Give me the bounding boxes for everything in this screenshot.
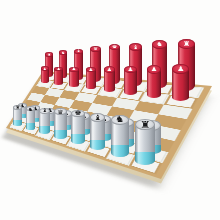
- rook-symbol: ♜: [47, 53, 51, 56]
- pawn-symbol: ♟: [107, 67, 112, 72]
- pawn-symbol: ♟: [72, 67, 76, 71]
- piece-top: ♝: [129, 43, 142, 50]
- piece-top: ♟: [124, 66, 137, 73]
- piece-top: ♟: [69, 67, 78, 72]
- piece-top: ♟: [104, 66, 116, 72]
- piece-top: ♟: [172, 64, 189, 73]
- piece-top: ♛: [90, 46, 100, 52]
- pawn-symbol: ♟: [57, 67, 61, 70]
- bishop-symbol: ♝: [133, 45, 139, 50]
- piece-top: ♟: [86, 67, 96, 73]
- queen-symbol: ♛: [93, 47, 98, 51]
- pawn-symbol: ♟: [127, 67, 133, 72]
- piece-top: ♜: [178, 39, 195, 48]
- knight-symbol: ♞: [156, 42, 163, 48]
- pawn-symbol: ♟: [88, 67, 93, 71]
- king-symbol: ♚: [112, 45, 117, 50]
- piece-top: ♜: [45, 52, 53, 56]
- rook-symbol: ♜: [183, 41, 191, 48]
- piece-top: ♚: [109, 44, 121, 51]
- piece-top: ♞: [152, 40, 167, 48]
- bishop-symbol: ♝: [76, 50, 80, 54]
- piece-top: ♞: [59, 50, 68, 55]
- piece-top: ♟: [54, 67, 62, 72]
- chess-set-photo: ♜♞♝♛♟♚♟♝♟♞♟♜♟♟♟♟♟♟♜♟♞♟♝♟♛♟♚♟♝♟♞♜: [0, 0, 220, 220]
- pawn-symbol: ♟: [43, 67, 47, 70]
- pawn-symbol: ♟: [151, 67, 158, 73]
- piece-top: ♟: [147, 65, 162, 73]
- knight-symbol: ♞: [61, 51, 65, 54]
- pawn-symbol: ♟: [177, 66, 185, 73]
- piece-top: ♝: [74, 49, 83, 54]
